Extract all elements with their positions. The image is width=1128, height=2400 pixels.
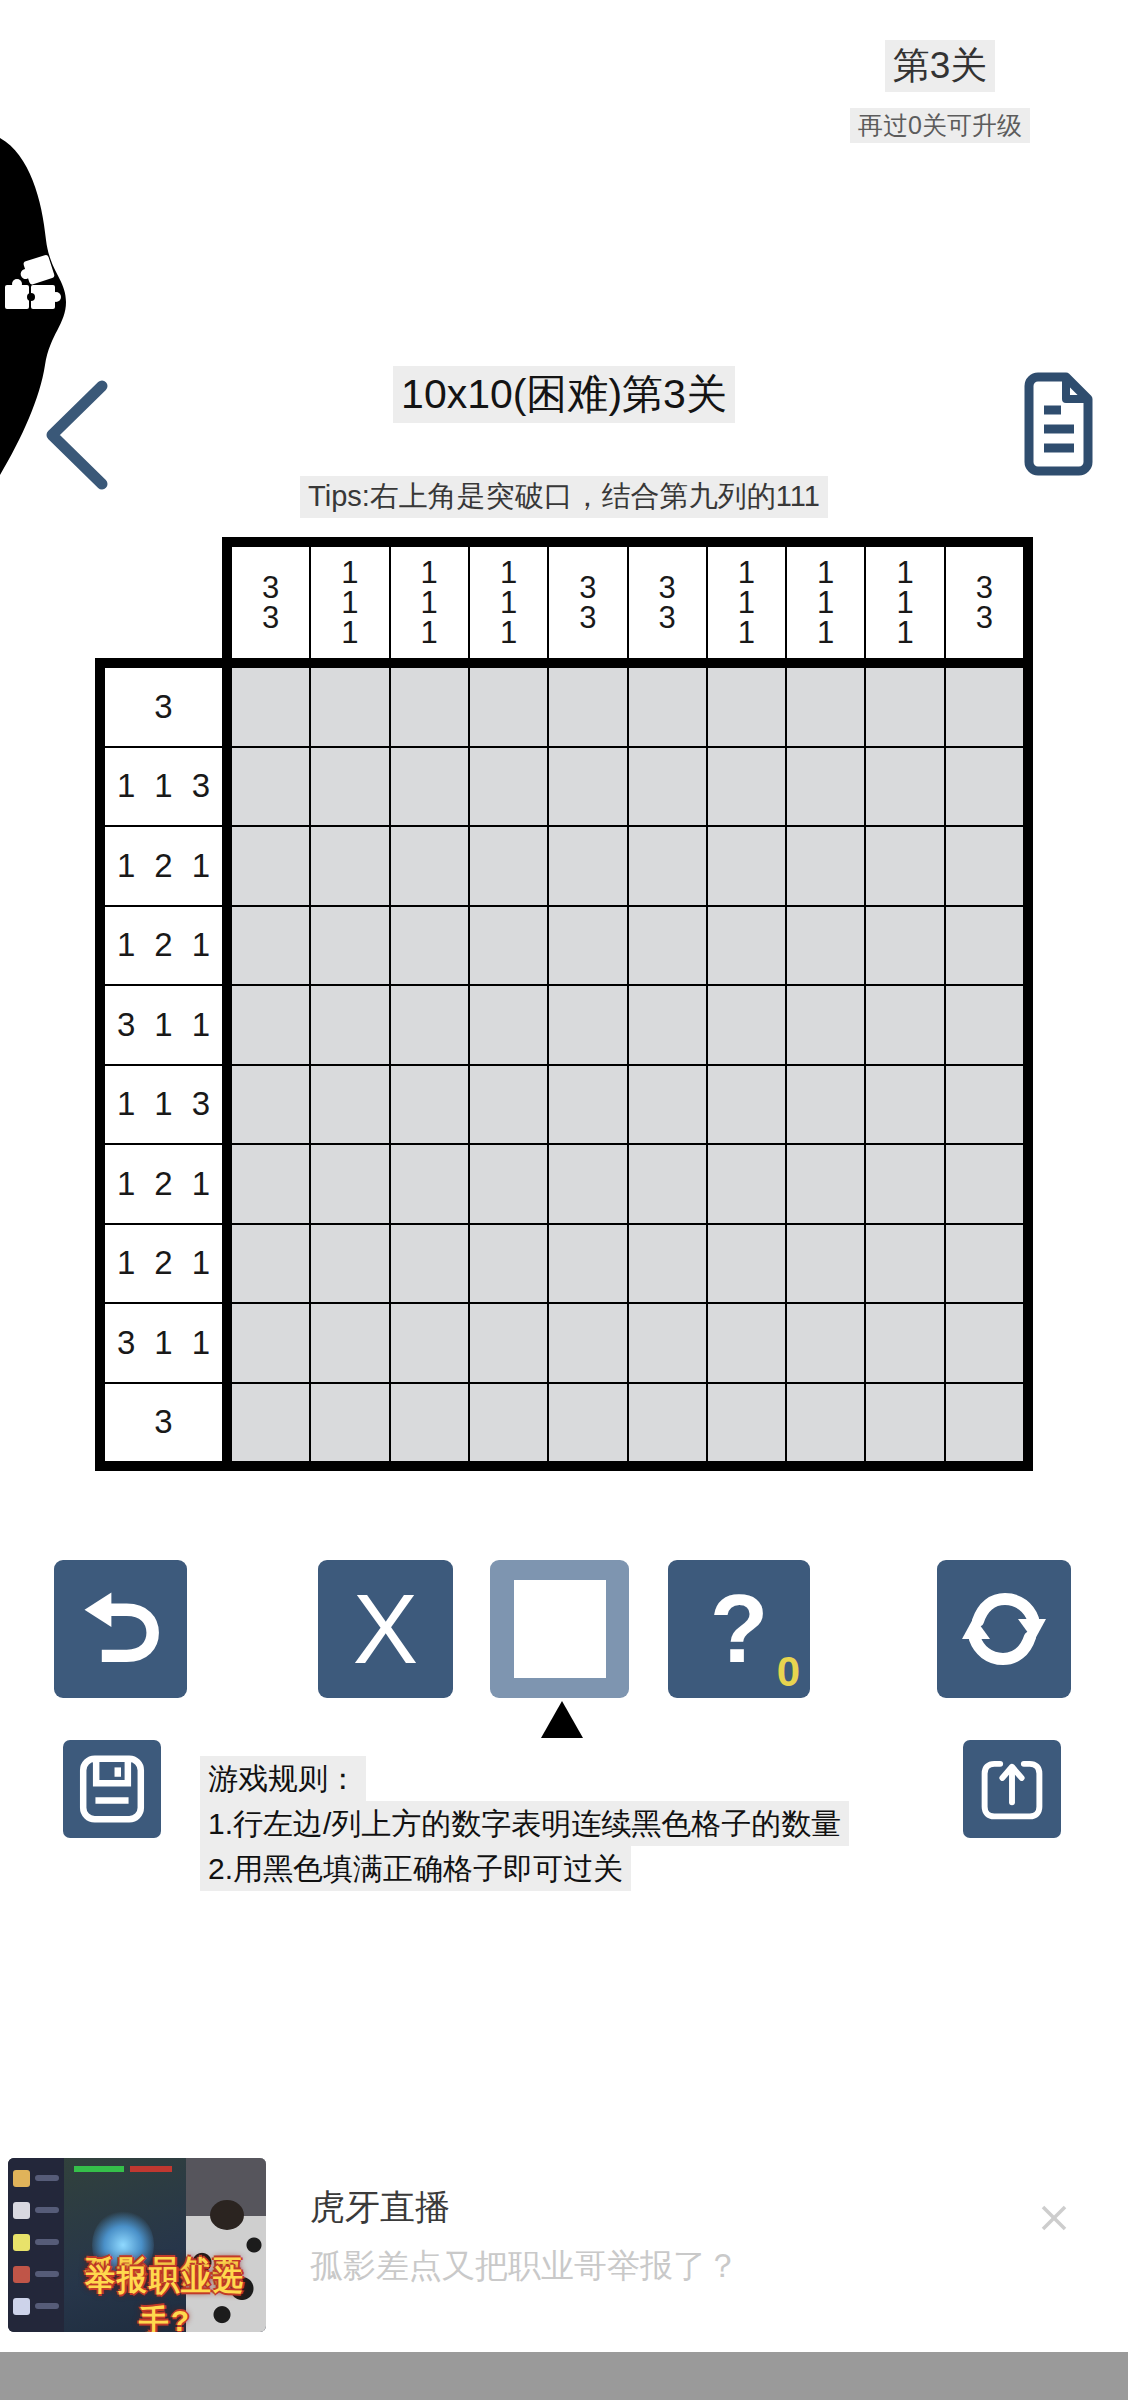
row-clues: 31 1 31 2 11 2 13 1 11 1 31 2 11 2 13 1 … [95,658,232,1471]
grid-cell-r9c1[interactable] [232,1304,309,1382]
grid-cell-r5c5[interactable] [549,986,626,1064]
ad-subtitle[interactable]: 孤影差点又把职业哥举报了？ [310,2244,739,2289]
grid-cell-r7c3[interactable] [391,1145,468,1223]
grid-cell-r3c6[interactable] [629,827,706,905]
rules-line-2: 2.用黑色填满正确格子即可过关 [200,1846,631,1891]
grid-cell-r5c3[interactable] [391,986,468,1064]
row-clue-4: 1 2 1 [105,907,222,985]
grid-cell-r4c9[interactable] [866,907,943,985]
grid-cell-r6c7[interactable] [708,1066,785,1144]
row-clue-10: 3 [105,1384,222,1462]
grid-cell-r8c10[interactable] [946,1225,1023,1303]
grid-cell-r7c2[interactable] [311,1145,388,1223]
share-upload-icon [975,1751,1049,1827]
grid-cell-r3c8[interactable] [787,827,864,905]
grid-cell-r1c5[interactable] [549,668,626,746]
grid-cell-r1c9[interactable] [866,668,943,746]
grid-cell-r10c6[interactable] [629,1384,706,1462]
grid-cell-r9c10[interactable] [946,1304,1023,1382]
upgrade-hint: 再过0关可升级 [790,108,1090,143]
rules-line-1: 1.行左边/列上方的数字表明连续黑色格子的数量 [200,1801,849,1846]
row-clue-2: 1 1 3 [105,748,222,826]
col-clue-2: 111 [311,547,388,658]
grid-cell-r10c4[interactable] [470,1384,547,1462]
undo-button[interactable] [54,1560,187,1698]
grid-cell-r3c4[interactable] [470,827,547,905]
col-clue-7: 111 [708,547,785,658]
row-clue-1: 3 [105,668,222,746]
row-clue-8: 1 2 1 [105,1225,222,1303]
grid-cell-r5c10[interactable] [946,986,1023,1064]
col-clue-9: 111 [866,547,943,658]
grid-cell-r2c9[interactable] [866,748,943,826]
white-square-icon [514,1580,606,1678]
grid-cell-r1c6[interactable] [629,668,706,746]
grid-cell-r8c8[interactable] [787,1225,864,1303]
grid-cell-r2c1[interactable] [232,748,309,826]
grid-cell-r2c7[interactable] [708,748,785,826]
grid-cell-r10c8[interactable] [787,1384,864,1462]
grid-cell-r10c10[interactable] [946,1384,1023,1462]
grid-cell-r4c3[interactable] [391,907,468,985]
col-clue-6: 33 [629,547,706,658]
grid-cell-r10c9[interactable] [866,1384,943,1462]
selected-tool-pointer [541,1701,583,1738]
grid-cell-r10c1[interactable] [232,1384,309,1462]
row-clue-3: 1 2 1 [105,827,222,905]
level-info: 第3关 再过0关可升级 [790,40,1090,143]
grid-cell-r10c5[interactable] [549,1384,626,1462]
grid-cell-r2c8[interactable] [787,748,864,826]
grid-cell-r8c7[interactable] [708,1225,785,1303]
grid-cell-r4c4[interactable] [470,907,547,985]
ad-thumb-caption-2: 举报职业选手? [64,2260,266,2332]
bottom-nav-bar[interactable] [0,2352,1128,2400]
col-clue-3: 111 [391,547,468,658]
grid-cell-r9c4[interactable] [470,1304,547,1382]
level-badge: 第3关 [790,40,1090,92]
restart-button[interactable] [937,1560,1071,1698]
grid-cell-r4c6[interactable] [629,907,706,985]
row-clue-5: 3 1 1 [105,986,222,1064]
grid-cell-r6c2[interactable] [311,1066,388,1144]
ad-thumb-chat-column [8,2158,64,2332]
grid-cell-r5c8[interactable] [787,986,864,1064]
grid-cell-r1c4[interactable] [470,668,547,746]
grid-cell-r3c1[interactable] [232,827,309,905]
share-button[interactable] [963,1740,1061,1838]
grid-cell-r3c2[interactable] [311,827,388,905]
grid-cell-r9c8[interactable] [787,1304,864,1382]
grid-cell-r6c8[interactable] [787,1066,864,1144]
mark-x-button[interactable]: X [318,1560,453,1698]
grid-cell-r7c10[interactable] [946,1145,1023,1223]
x-icon: X [353,1579,418,1679]
grid-cell-r5c7[interactable] [708,986,785,1064]
grid-cell-r10c2[interactable] [311,1384,388,1462]
ad-close-button[interactable] [1038,2202,1070,2238]
grid-cell-r2c2[interactable] [311,748,388,826]
nonogram-grid [222,658,1033,1471]
hint-button[interactable]: ? 0 [668,1560,810,1698]
save-floppy-icon [76,1751,148,1827]
grid-cell-r4c10[interactable] [946,907,1023,985]
grid-cell-r4c2[interactable] [311,907,388,985]
row-clue-7: 1 2 1 [105,1145,222,1223]
grid-cell-r3c10[interactable] [946,827,1023,905]
refresh-icon [954,1579,1054,1679]
grid-cell-r1c10[interactable] [946,668,1023,746]
grid-cell-r10c7[interactable] [708,1384,785,1462]
grid-cell-r7c4[interactable] [470,1145,547,1223]
grid-cell-r1c8[interactable] [787,668,864,746]
grid-cell-r9c3[interactable] [391,1304,468,1382]
grid-cell-r1c3[interactable] [391,668,468,746]
close-x-icon [1038,2202,1070,2234]
col-clue-8: 111 [787,547,864,658]
rules-heading: 游戏规则： [200,1756,366,1801]
game-rules: 游戏规则： 1.行左边/列上方的数字表明连续黑色格子的数量 2.用黑色填满正确格… [200,1756,940,1891]
grid-cell-r2c4[interactable] [470,748,547,826]
row-clue-9: 3 1 1 [105,1304,222,1382]
grid-cell-r3c5[interactable] [549,827,626,905]
grid-cell-r7c8[interactable] [787,1145,864,1223]
grid-cell-r6c5[interactable] [549,1066,626,1144]
ad-title[interactable]: 虎牙直播 [310,2184,450,2231]
grid-cell-r9c2[interactable] [311,1304,388,1382]
column-clues: 33111111111333311111111133 [222,537,1033,668]
grid-cell-r6c4[interactable] [470,1066,547,1144]
grid-cell-r5c9[interactable] [866,986,943,1064]
grid-cell-r5c4[interactable] [470,986,547,1064]
grid-cell-r6c1[interactable] [232,1066,309,1144]
grid-cell-r8c1[interactable] [232,1225,309,1303]
grid-cell-r6c3[interactable] [391,1066,468,1144]
grid-cell-r2c5[interactable] [549,748,626,826]
grid-cell-r8c9[interactable] [866,1225,943,1303]
col-clue-4: 111 [470,547,547,658]
grid-cell-r3c9[interactable] [866,827,943,905]
grid-cell-r8c2[interactable] [311,1225,388,1303]
grid-cell-r4c7[interactable] [708,907,785,985]
hint-count-badge: 0 [777,1648,800,1696]
grid-cell-r6c9[interactable] [866,1066,943,1144]
level-list-button[interactable] [1024,372,1096,480]
grid-cell-r3c7[interactable] [708,827,785,905]
row-clue-6: 1 1 3 [105,1066,222,1144]
undo-icon [73,1581,169,1677]
col-clue-1: 33 [232,547,309,658]
grid-cell-r9c5[interactable] [549,1304,626,1382]
grid-cell-r7c7[interactable] [708,1145,785,1223]
grid-cell-r5c2[interactable] [311,986,388,1064]
grid-cell-r4c8[interactable] [787,907,864,985]
grid-cell-r2c3[interactable] [391,748,468,826]
grid-cell-r9c7[interactable] [708,1304,785,1382]
grid-cell-r8c6[interactable] [629,1225,706,1303]
col-clue-5: 33 [549,547,626,658]
tips-text: Tips:右上角是突破口，结合第九列的111 [0,476,1128,518]
ad-thumbnail[interactable]: 孤影居然要 举报职业选手? [8,2158,266,2332]
question-mark-icon: ? [710,1574,769,1684]
fill-square-button[interactable] [490,1560,629,1698]
grid-cell-r5c6[interactable] [629,986,706,1064]
grid-cell-r8c4[interactable] [470,1225,547,1303]
grid-cell-r1c7[interactable] [708,668,785,746]
grid-cell-r6c6[interactable] [629,1066,706,1144]
grid-cell-r6c10[interactable] [946,1066,1023,1144]
grid-cell-r1c1[interactable] [232,668,309,746]
col-clue-10: 33 [946,547,1023,658]
document-icon [1024,372,1096,476]
grid-cell-r7c1[interactable] [232,1145,309,1223]
grid-cell-r9c9[interactable] [866,1304,943,1382]
grid-cell-r2c6[interactable] [629,748,706,826]
grid-cell-r1c2[interactable] [311,668,388,746]
page-title: 10x10(困难)第3关 [0,366,1128,423]
grid-cell-r8c5[interactable] [549,1225,626,1303]
grid-cell-r8c3[interactable] [391,1225,468,1303]
grid-cell-r3c3[interactable] [391,827,468,905]
grid-cell-r2c10[interactable] [946,748,1023,826]
grid-cell-r4c5[interactable] [549,907,626,985]
grid-cell-r4c1[interactable] [232,907,309,985]
grid-cell-r7c9[interactable] [866,1145,943,1223]
grid-cell-r5c1[interactable] [232,986,309,1064]
grid-cell-r10c3[interactable] [391,1384,468,1462]
save-button[interactable] [63,1740,161,1838]
grid-cell-r7c5[interactable] [549,1145,626,1223]
grid-cell-r7c6[interactable] [629,1145,706,1223]
grid-cell-r9c6[interactable] [629,1304,706,1382]
